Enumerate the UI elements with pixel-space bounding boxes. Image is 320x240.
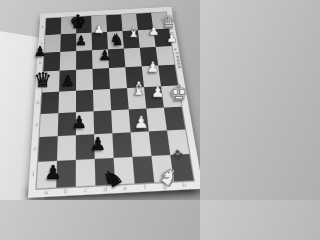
piece-black-pawn[interactable]: ♟ [75,34,87,47]
piece-white-pawn[interactable]: ♟ [93,23,104,36]
piece-black-pawn[interactable]: ♟ [61,74,74,89]
piece-black-queen[interactable]: ♛ [34,70,52,91]
photo-stage: 87654321 abcdefgh ✶CHESS ❖ ♚♛♟♟♝♟♟♞♟♟♟♟♛… [0,0,200,200]
piece-white-bishop[interactable]: ♝ [127,24,141,40]
piece-white-pawn[interactable]: ♟ [147,60,160,74]
piece-white-knight[interactable]: ♞ [155,163,184,192]
piece-white-pawn[interactable]: ♟ [151,85,165,101]
piece-black-king[interactable]: ♚ [70,13,86,31]
piece-black-pawn[interactable]: ♟ [34,45,46,59]
piece-black-pawn[interactable]: ♟ [71,114,86,131]
piece-white-pawn[interactable]: ♟ [133,114,148,131]
piece-white-bishop[interactable]: ♝ [131,80,147,98]
piece-black-knight[interactable]: ♞ [110,33,124,49]
pieces-layer: ♚♛♟♟♝♟♟♞♟♟♟♟♛♝♟♚♟♟♟♟♞♞ [0,0,200,200]
piece-white-pawn[interactable]: ♟ [166,32,178,45]
piece-black-pawn[interactable]: ♟ [90,135,106,153]
piece-white-pawn[interactable]: ♟ [148,25,159,38]
piece-black-knight[interactable]: ♞ [99,164,127,193]
piece-black-pawn[interactable]: ♟ [44,163,61,182]
piece-white-queen[interactable]: ♛ [161,13,177,31]
piece-black-pawn[interactable]: ♟ [99,49,111,63]
piece-white-king[interactable]: ♚ [169,82,188,104]
